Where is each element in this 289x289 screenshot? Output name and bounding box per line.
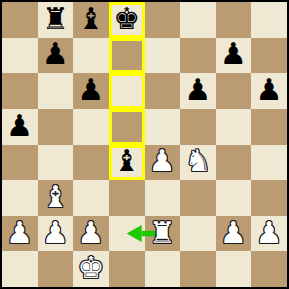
piece-white-pawn[interactable]: ♟	[42, 218, 69, 248]
square-e5[interactable]	[145, 109, 181, 145]
square-d3[interactable]	[109, 180, 145, 216]
square-d2[interactable]	[109, 216, 145, 252]
square-b6[interactable]	[38, 73, 74, 109]
square-f1[interactable]	[180, 251, 216, 287]
square-a2[interactable]: ♟	[2, 216, 38, 252]
square-e4[interactable]: ♟	[145, 145, 181, 181]
piece-black-pawn[interactable]: ♟	[256, 75, 283, 105]
square-e1[interactable]	[145, 251, 181, 287]
square-b4[interactable]	[38, 145, 74, 181]
square-b8[interactable]: ♜	[38, 2, 74, 38]
square-h3[interactable]	[251, 180, 287, 216]
square-c4[interactable]	[73, 145, 109, 181]
square-c3[interactable]	[73, 180, 109, 216]
square-d7[interactable]	[109, 38, 145, 74]
piece-white-rook[interactable]: ♜	[149, 218, 176, 248]
piece-black-pawn[interactable]: ♟	[6, 111, 33, 141]
square-e7[interactable]	[145, 38, 181, 74]
square-a8[interactable]	[2, 2, 38, 38]
piece-black-pawn[interactable]: ♟	[78, 75, 105, 105]
square-g4[interactable]	[216, 145, 252, 181]
square-f7[interactable]	[180, 38, 216, 74]
square-h7[interactable]	[251, 38, 287, 74]
square-a6[interactable]	[2, 73, 38, 109]
square-e8[interactable]	[145, 2, 181, 38]
square-b3[interactable]: ♝	[38, 180, 74, 216]
square-c2[interactable]: ♟	[73, 216, 109, 252]
square-c7[interactable]	[73, 38, 109, 74]
piece-black-pawn[interactable]: ♟	[220, 39, 247, 69]
piece-white-bishop[interactable]: ♝	[42, 182, 69, 212]
piece-white-pawn[interactable]: ♟	[256, 218, 283, 248]
square-f4[interactable]: ♞	[180, 145, 216, 181]
square-d6[interactable]	[109, 73, 145, 109]
square-g8[interactable]	[216, 2, 252, 38]
square-a5[interactable]: ♟	[2, 109, 38, 145]
square-e2[interactable]: ♜	[145, 216, 181, 252]
piece-white-pawn[interactable]: ♟	[220, 218, 247, 248]
square-h1[interactable]	[251, 251, 287, 287]
piece-black-pawn[interactable]: ♟	[42, 39, 69, 69]
piece-black-king[interactable]: ♚	[113, 4, 140, 34]
piece-white-pawn[interactable]: ♟	[6, 218, 33, 248]
square-c5[interactable]	[73, 109, 109, 145]
square-a4[interactable]	[2, 145, 38, 181]
square-b2[interactable]: ♟	[38, 216, 74, 252]
square-g2[interactable]: ♟	[216, 216, 252, 252]
square-c1[interactable]: ♚	[73, 251, 109, 287]
piece-white-knight[interactable]: ♞	[184, 146, 211, 176]
square-g6[interactable]	[216, 73, 252, 109]
square-f2[interactable]	[180, 216, 216, 252]
piece-black-pawn[interactable]: ♟	[184, 75, 211, 105]
square-e3[interactable]	[145, 180, 181, 216]
square-h2[interactable]: ♟	[251, 216, 287, 252]
square-b5[interactable]	[38, 109, 74, 145]
square-h8[interactable]	[251, 2, 287, 38]
square-f8[interactable]	[180, 2, 216, 38]
piece-white-king[interactable]: ♚	[78, 253, 105, 283]
square-h5[interactable]	[251, 109, 287, 145]
square-a3[interactable]	[2, 180, 38, 216]
square-d4[interactable]: ♝	[109, 145, 145, 181]
square-g7[interactable]: ♟	[216, 38, 252, 74]
square-f3[interactable]	[180, 180, 216, 216]
square-f6[interactable]: ♟	[180, 73, 216, 109]
piece-black-bishop[interactable]: ♝	[78, 4, 105, 34]
square-d1[interactable]	[109, 251, 145, 287]
chess-board: ♜♝♚♟♟♟♟♟♟♝♟♞♝♟♟♟♜♟♟♚	[0, 0, 289, 289]
square-c8[interactable]: ♝	[73, 2, 109, 38]
square-g3[interactable]	[216, 180, 252, 216]
square-d5[interactable]	[109, 109, 145, 145]
piece-white-pawn[interactable]: ♟	[149, 146, 176, 176]
square-e6[interactable]	[145, 73, 181, 109]
square-a1[interactable]	[2, 251, 38, 287]
piece-black-rook[interactable]: ♜	[42, 4, 69, 34]
square-g1[interactable]	[216, 251, 252, 287]
square-h4[interactable]	[251, 145, 287, 181]
square-d8[interactable]: ♚	[109, 2, 145, 38]
square-b7[interactable]: ♟	[38, 38, 74, 74]
square-g5[interactable]	[216, 109, 252, 145]
piece-black-bishop[interactable]: ♝	[113, 146, 140, 176]
piece-white-pawn[interactable]: ♟	[78, 218, 105, 248]
square-b1[interactable]	[38, 251, 74, 287]
square-c6[interactable]: ♟	[73, 73, 109, 109]
square-h6[interactable]: ♟	[251, 73, 287, 109]
square-a7[interactable]	[2, 38, 38, 74]
square-f5[interactable]	[180, 109, 216, 145]
